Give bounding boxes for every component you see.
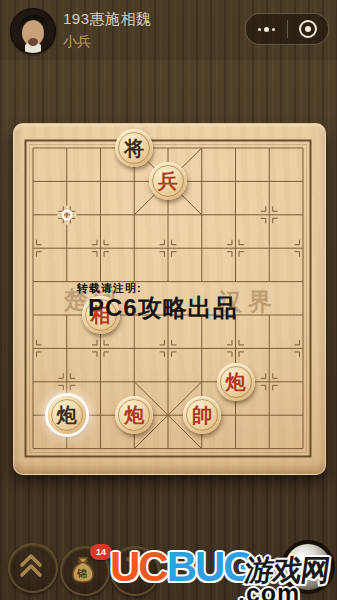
piece-red-炮[interactable]: 炮	[217, 363, 255, 401]
watermark-com: .com	[238, 579, 300, 600]
piece-red-帥[interactable]: 帥	[183, 396, 221, 434]
last-move-marker	[57, 205, 77, 225]
piece-black-将[interactable]: 将	[115, 129, 153, 167]
piece-black-炮[interactable]: 炮	[48, 396, 86, 434]
watermark-pc6: PC6攻略出品	[88, 292, 238, 324]
site-watermark: UCBUG 游戏网 .com	[110, 543, 254, 591]
watermark-uc: UC	[110, 543, 167, 590]
